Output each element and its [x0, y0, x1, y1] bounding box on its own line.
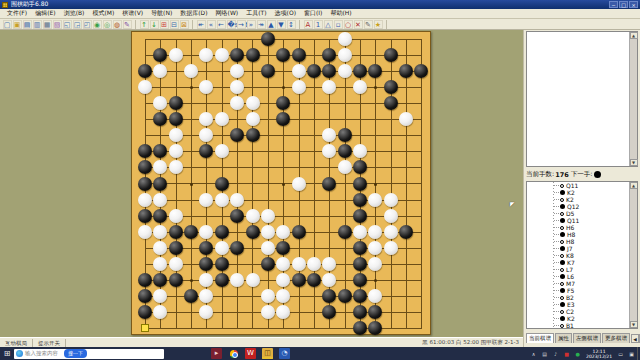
white-stone[interactable] [199, 273, 213, 287]
last-move-icon[interactable]: ↠ [257, 20, 266, 29]
black-stone[interactable] [138, 144, 152, 158]
black-stone[interactable] [384, 96, 398, 110]
black-stone[interactable] [169, 241, 183, 255]
tray-notes-icon[interactable]: ▭ [617, 351, 624, 357]
move-coordinate: M7 [566, 280, 575, 287]
white-stone[interactable] [384, 209, 398, 223]
delete-icon[interactable]: ★ [374, 20, 383, 29]
black-stone[interactable] [338, 225, 352, 239]
scroll-down-icon[interactable]: ▼ [630, 321, 638, 328]
white-stone[interactable] [276, 289, 290, 303]
jump-icon[interactable]: ↕ [287, 20, 296, 29]
black-stone[interactable] [276, 112, 290, 126]
tree-branch-line [554, 227, 559, 228]
white-stone[interactable] [276, 257, 290, 271]
white-stone[interactable] [276, 305, 290, 319]
black-stone[interactable] [184, 225, 198, 239]
black-stone[interactable] [307, 273, 321, 287]
white-stone[interactable] [153, 241, 167, 255]
white-stone[interactable] [261, 209, 275, 223]
black-stone[interactable] [353, 209, 367, 223]
black-stone[interactable] [307, 64, 321, 78]
white-stone[interactable] [368, 193, 382, 207]
white-stone[interactable] [338, 64, 352, 78]
move-coordinate: L7 [566, 266, 573, 273]
move-coordinate: K7 [567, 259, 575, 266]
white-stone[interactable] [153, 225, 167, 239]
toolbar-group-2: ↞«←�static→»↠▲▼↕ [196, 20, 300, 29]
black-stone[interactable] [384, 80, 398, 94]
move-up-icon[interactable]: ↑ [140, 20, 149, 29]
white-stone[interactable] [215, 144, 229, 158]
black-stone[interactable] [169, 96, 183, 110]
window-title: 围棋助手6.80 [11, 0, 608, 9]
move-coordinate: F5 [567, 287, 574, 294]
black-stone[interactable] [169, 225, 183, 239]
black-stone[interactable] [138, 64, 152, 78]
white-stone[interactable] [199, 305, 213, 319]
new-file-icon[interactable]: ▢ [3, 20, 12, 29]
search-go-button[interactable]: 搜一下 [64, 349, 87, 358]
black-stone[interactable] [399, 225, 413, 239]
white-stone[interactable] [292, 80, 306, 94]
white-stone[interactable] [246, 209, 260, 223]
contacts-app-icon[interactable]: ◔ [279, 348, 290, 359]
white-stone[interactable] [292, 257, 306, 271]
black-stone[interactable] [292, 273, 306, 287]
board-13-icon[interactable]: ◱ [63, 20, 72, 29]
black-stone[interactable] [169, 273, 183, 287]
white-stone[interactable] [276, 273, 290, 287]
white-stone[interactable] [384, 225, 398, 239]
white-stone[interactable] [169, 48, 183, 62]
move-list-item[interactable]: M7 [527, 280, 630, 287]
black-stone[interactable] [246, 48, 260, 62]
menu-item-6[interactable]: 数据库(D) [176, 9, 211, 18]
save-icon[interactable]: ▤ [23, 20, 32, 29]
star-point [374, 86, 377, 89]
print-icon[interactable]: ▦ [43, 20, 52, 29]
taskbar: ⊞ 输入搜索内容 搜一下 ▸W◫◔ ∧▤♪■● 12:11 2023/12/21… [0, 347, 640, 360]
white-stone[interactable] [199, 289, 213, 303]
white-stone[interactable] [246, 273, 260, 287]
tray-expand-icon[interactable]: ∧ [530, 351, 537, 357]
black-stone[interactable] [338, 289, 352, 303]
panel-tab-1[interactable]: 属性 [555, 333, 572, 343]
tree-branch-line [554, 213, 559, 214]
mark-cross-icon[interactable]: ✕ [354, 20, 363, 29]
white-stone[interactable] [199, 193, 213, 207]
first-move-icon[interactable]: ↞ [197, 20, 206, 29]
black-stone[interactable] [353, 193, 367, 207]
white-stone[interactable] [399, 112, 413, 126]
white-stone[interactable] [153, 289, 167, 303]
white-stone[interactable] [322, 128, 336, 142]
back-1-icon[interactable]: ← [217, 20, 226, 29]
move-coordinate: Q12 [567, 203, 579, 210]
white-stone[interactable] [368, 289, 382, 303]
tray-security-icon[interactable]: ■ [563, 351, 570, 357]
white-stone[interactable] [169, 160, 183, 174]
black-stone[interactable] [169, 112, 183, 126]
black-stone[interactable] [261, 257, 275, 271]
prev-variation-icon[interactable]: ▲ [267, 20, 276, 29]
tree-branch-line [554, 192, 559, 193]
white-stone[interactable] [322, 80, 336, 94]
tree-branch-line [554, 297, 559, 298]
white-stone-icon [560, 212, 564, 216]
black-stone[interactable] [138, 209, 152, 223]
move-list-item[interactable]: K8 [527, 252, 630, 259]
clock-date: 2023/12/21 [586, 354, 612, 359]
label-number-icon[interactable]: 1 [314, 20, 323, 29]
white-stone[interactable] [169, 144, 183, 158]
white-stone[interactable] [138, 193, 152, 207]
black-stone[interactable] [199, 241, 213, 255]
menu-item-9[interactable]: 选项(O) [271, 9, 300, 18]
white-stone[interactable] [338, 160, 352, 174]
black-stone-icon [560, 246, 565, 251]
black-stone[interactable] [276, 241, 290, 255]
black-stone-icon [560, 232, 565, 237]
white-stone[interactable] [199, 112, 213, 126]
black-stone[interactable] [322, 289, 336, 303]
black-stone[interactable] [153, 112, 167, 126]
tree-branch-line [554, 220, 559, 221]
black-stone[interactable] [353, 273, 367, 287]
white-stone[interactable] [138, 225, 152, 239]
black-stone[interactable] [199, 257, 213, 271]
black-stone[interactable] [322, 177, 336, 191]
white-stone-icon [560, 198, 564, 202]
move-list-item[interactable]: H8 [527, 238, 630, 245]
black-stone[interactable] [215, 177, 229, 191]
black-stone-icon [560, 204, 565, 209]
white-stone[interactable] [353, 80, 367, 94]
black-stone[interactable] [399, 64, 413, 78]
tree-branch-line [554, 325, 559, 326]
scroll-up-icon[interactable]: ▲ [630, 32, 638, 39]
count-icon[interactable]: ⊟ [170, 20, 179, 29]
move-list-item[interactable]: Q11 [527, 217, 630, 224]
black-stone[interactable] [322, 305, 336, 319]
board-19-icon[interactable]: ▧ [53, 20, 62, 29]
media-player-app-icon[interactable]: ▸ [211, 348, 222, 359]
white-stone-icon [560, 240, 564, 244]
tray-volume-icon[interactable]: ♪ [552, 351, 559, 357]
label-letter-icon[interactable]: A [304, 20, 313, 29]
start-button[interactable]: ⊞ [0, 349, 14, 358]
white-stone[interactable] [261, 289, 275, 303]
rotate-board-icon[interactable]: ◉ [93, 20, 102, 29]
white-stone[interactable] [322, 273, 336, 287]
white-stone[interactable] [199, 48, 213, 62]
white-stone[interactable] [215, 241, 229, 255]
panel-tab-0[interactable]: 当前棋谱 [526, 333, 554, 343]
white-stone[interactable] [153, 160, 167, 174]
move-list-item[interactable]: K2 [527, 189, 630, 196]
white-stone[interactable] [184, 64, 198, 78]
white-stone[interactable] [338, 48, 352, 62]
open-file-icon[interactable]: ▣ [13, 20, 22, 29]
white-stone[interactable] [169, 209, 183, 223]
scroll-down-icon[interactable]: ▼ [630, 159, 638, 166]
white-stone[interactable] [246, 112, 260, 126]
menu-item-2[interactable]: 浏览(B) [60, 9, 89, 18]
go-assistant-app-icon[interactable]: ◫ [262, 348, 273, 359]
flip-board-icon[interactable]: ◎ [103, 20, 112, 29]
white-stone-icon [560, 254, 564, 258]
white-stone[interactable] [153, 193, 167, 207]
black-stone[interactable] [276, 48, 290, 62]
white-stone[interactable] [338, 32, 352, 46]
next-variation-icon[interactable]: ▼ [277, 20, 286, 29]
white-stone[interactable] [307, 257, 321, 271]
move-list[interactable]: Q11K2K2Q12D5Q11H6H8H8J7K8K7L7L6M7F5B2E3C… [526, 181, 638, 329]
move-list-scrollbar[interactable]: ▲ ▼ [629, 182, 637, 328]
white-stone[interactable] [353, 144, 367, 158]
white-stone[interactable] [153, 305, 167, 319]
black-stone[interactable] [184, 289, 198, 303]
tree-branch-line [554, 248, 559, 249]
white-stone[interactable] [292, 177, 306, 191]
black-stone[interactable] [368, 305, 382, 319]
menu-item-5[interactable]: 导航(N) [147, 9, 176, 18]
black-stone[interactable] [368, 321, 382, 335]
play-icon[interactable]: �static [227, 20, 236, 29]
white-stone[interactable] [169, 257, 183, 271]
black-stone[interactable] [368, 64, 382, 78]
black-stone[interactable] [230, 209, 244, 223]
white-stone[interactable] [215, 48, 229, 62]
white-stone[interactable] [261, 225, 275, 239]
tray-ime-icon[interactable]: ▤ [541, 351, 548, 357]
black-stone[interactable] [353, 64, 367, 78]
tabs-scroll-left-icon[interactable]: ◀ [631, 334, 639, 343]
black-stone[interactable] [292, 48, 306, 62]
black-stone[interactable] [246, 225, 260, 239]
edit-mode-icon[interactable]: ✎ [123, 20, 132, 29]
move-list-item[interactable]: L6 [527, 273, 630, 280]
black-stone[interactable] [138, 177, 152, 191]
info-scrollbar[interactable]: ▲ ▼ [629, 32, 637, 166]
minimize-button[interactable]: ─ [609, 1, 618, 8]
move-list-item[interactable]: F5 [527, 287, 630, 294]
star-point [190, 279, 193, 282]
back-10-icon[interactable]: « [207, 20, 216, 29]
white-stone[interactable] [230, 80, 244, 94]
white-stone[interactable] [153, 257, 167, 271]
panel-tab-2[interactable]: 左侧棋谱 [573, 333, 601, 343]
menu-item-10[interactable]: 窗口(I) [300, 9, 326, 18]
black-stone[interactable] [215, 257, 229, 271]
game-info-listbox[interactable]: ▲ ▼ [526, 31, 638, 167]
white-stone[interactable] [230, 273, 244, 287]
black-stone[interactable] [153, 48, 167, 62]
notification-icon[interactable]: ▣ [628, 351, 635, 357]
star-point [190, 183, 193, 186]
move-list-item[interactable]: K2 [527, 315, 630, 322]
white-stone[interactable] [199, 80, 213, 94]
black-stone[interactable] [153, 209, 167, 223]
black-stone[interactable] [138, 160, 152, 174]
wps-app-icon[interactable]: W [245, 348, 256, 359]
move-list-item[interactable]: K2 [527, 196, 630, 203]
white-stone[interactable] [230, 64, 244, 78]
white-stone[interactable] [261, 241, 275, 255]
scroll-up-icon[interactable]: ▲ [630, 182, 638, 189]
taskbar-search[interactable]: 输入搜索内容 搜一下 [14, 349, 164, 359]
black-stone[interactable] [246, 128, 260, 142]
menu-item-11[interactable]: 帮助(H) [326, 9, 355, 18]
white-stone[interactable] [153, 96, 167, 110]
save-all-icon[interactable]: ▥ [33, 20, 42, 29]
black-stone[interactable] [276, 96, 290, 110]
white-stone[interactable] [230, 193, 244, 207]
white-stone[interactable] [138, 80, 152, 94]
comment-icon[interactable]: ✎ [364, 20, 373, 29]
black-stone[interactable] [338, 128, 352, 142]
black-stone[interactable] [153, 177, 167, 191]
chrome-app-icon[interactable] [228, 348, 239, 359]
white-stone[interactable] [153, 64, 167, 78]
black-stone[interactable] [353, 177, 367, 191]
black-stone[interactable] [138, 305, 152, 319]
status-hint-toggle[interactable]: 提示开关 [33, 339, 66, 347]
black-stone[interactable] [292, 225, 306, 239]
tree-branch-line [554, 185, 559, 186]
menu-item-8[interactable]: 工具(T) [242, 9, 270, 18]
black-stone[interactable] [322, 48, 336, 62]
black-stone[interactable] [230, 241, 244, 255]
white-stone[interactable] [230, 96, 244, 110]
black-stone[interactable] [353, 289, 367, 303]
board-9-icon[interactable]: ◲ [73, 20, 82, 29]
white-stone[interactable] [322, 257, 336, 271]
white-stone[interactable] [199, 225, 213, 239]
move-list-item[interactable]: Q12 [527, 203, 630, 210]
tree-branch-line [554, 262, 559, 263]
tray-wechat-icon[interactable]: ● [574, 351, 581, 357]
star-point [282, 86, 285, 89]
black-stone-icon [560, 288, 565, 293]
menu-item-4[interactable]: 棋谱(V) [118, 9, 147, 18]
black-stone[interactable] [138, 289, 152, 303]
menu-item-7[interactable]: 网络(W) [212, 9, 243, 18]
move-list-item[interactable]: J7 [527, 245, 630, 252]
mark-square-icon[interactable]: ▫ [334, 20, 343, 29]
menu-item-3[interactable]: 模式(M) [88, 9, 118, 18]
black-stone[interactable] [230, 128, 244, 142]
maximize-button[interactable]: □ [619, 1, 628, 8]
white-stone[interactable] [261, 305, 275, 319]
grid-line-v [421, 39, 422, 329]
move-list-item[interactable]: C2 [527, 308, 630, 315]
black-stone[interactable] [230, 48, 244, 62]
white-stone[interactable] [169, 128, 183, 142]
taskbar-clock[interactable]: 12:11 2023/12/21 [586, 349, 612, 359]
black-stone[interactable] [353, 241, 367, 255]
black-stone-icon [560, 190, 565, 195]
score-icon[interactable]: ⊠ [180, 20, 189, 29]
black-stone[interactable] [199, 144, 213, 158]
forward-10-icon[interactable]: » [247, 20, 256, 29]
white-stone[interactable] [276, 225, 290, 239]
mark-triangle-icon[interactable]: △ [324, 20, 333, 29]
black-stone[interactable] [261, 64, 275, 78]
white-stone[interactable] [384, 241, 398, 255]
black-stone[interactable] [353, 305, 367, 319]
white-stone[interactable] [246, 96, 260, 110]
white-stone[interactable] [368, 257, 382, 271]
black-stone[interactable] [261, 32, 275, 46]
forward-1-icon[interactable]: → [237, 20, 246, 29]
black-stone[interactable] [153, 144, 167, 158]
tree-branch-line [554, 269, 559, 270]
tree-branch-line [554, 241, 559, 242]
black-stone[interactable] [138, 273, 152, 287]
black-stone[interactable] [414, 64, 428, 78]
title-bar: 围棋助手6.80 ─ □ × [0, 0, 640, 9]
move-list-item[interactable]: D5 [527, 210, 630, 217]
panel-tab-3[interactable]: 更多棋谱 [602, 333, 630, 343]
white-stone[interactable] [384, 193, 398, 207]
black-stone[interactable] [353, 321, 367, 335]
black-stone[interactable] [322, 64, 336, 78]
move-list-item[interactable]: H6 [527, 224, 630, 231]
black-stone[interactable] [153, 273, 167, 287]
move-list-item[interactable]: K7 [527, 259, 630, 266]
menu-item-0[interactable]: 文件(F) [3, 9, 31, 18]
menu-item-1[interactable]: 编辑(E) [31, 9, 59, 18]
go-board[interactable]: ◤ [131, 31, 431, 335]
black-stone[interactable] [215, 273, 229, 287]
move-down-icon[interactable]: ↓ [150, 20, 159, 29]
white-stone[interactable] [368, 225, 382, 239]
white-stone[interactable] [353, 225, 367, 239]
black-stone-icon [560, 302, 565, 307]
tree-view-icon[interactable]: ⊞ [160, 20, 169, 29]
move-list-item[interactable]: E3 [527, 301, 630, 308]
move-list-item[interactable]: Q11 [527, 182, 630, 189]
close-button[interactable]: × [629, 1, 638, 8]
black-stone[interactable] [338, 144, 352, 158]
white-stone-icon [560, 296, 564, 300]
black-stone[interactable] [353, 160, 367, 174]
white-stone[interactable] [199, 128, 213, 142]
move-list-item[interactable]: B1 [527, 322, 630, 329]
black-stone[interactable] [384, 48, 398, 62]
move-list-item[interactable]: B2 [527, 294, 630, 301]
tree-branch-line [554, 255, 559, 256]
black-stone[interactable] [353, 257, 367, 271]
move-list-item[interactable]: H8 [527, 231, 630, 238]
star-point [374, 279, 377, 282]
white-stone[interactable] [322, 144, 336, 158]
black-stone[interactable] [215, 225, 229, 239]
setup-position-icon[interactable]: ◍ [113, 20, 122, 29]
white-stone[interactable] [368, 241, 382, 255]
grid-line-v [406, 39, 407, 329]
mark-circle-icon[interactable]: ○ [344, 20, 353, 29]
move-coordinate: K8 [566, 252, 574, 259]
star-point [190, 86, 193, 89]
white-stone[interactable] [215, 112, 229, 126]
game-info-icon[interactable]: ◰ [83, 20, 92, 29]
move-list-item[interactable]: L7 [527, 266, 630, 273]
white-stone[interactable] [292, 64, 306, 78]
white-stone[interactable] [215, 193, 229, 207]
